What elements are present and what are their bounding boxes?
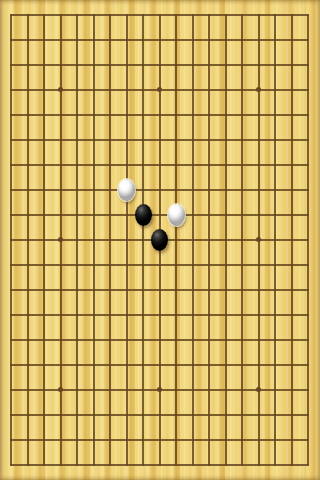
star-point [256, 237, 261, 242]
stone-white [118, 179, 135, 201]
grid-line-h [10, 289, 309, 291]
star-point [58, 237, 63, 242]
grid-line-v [307, 14, 309, 466]
grid-line-v [175, 14, 177, 466]
star-point [58, 387, 63, 392]
grid-line-h [10, 364, 309, 366]
star-point [157, 87, 162, 92]
star-point [256, 87, 261, 92]
star-point [256, 387, 261, 392]
grid-line-v [274, 14, 276, 466]
star-point [58, 87, 63, 92]
grid-line-v [225, 14, 227, 466]
stone-black [151, 229, 168, 251]
grid-line-h [10, 439, 309, 441]
grid-line-h [10, 339, 309, 341]
grid-line-h [10, 464, 309, 466]
star-point [157, 387, 162, 392]
stone-black [135, 204, 152, 226]
grid-line-v [208, 14, 210, 466]
grid-line-h [10, 314, 309, 316]
grid-line-v [192, 14, 194, 466]
grid-line-v [291, 14, 293, 466]
go-board[interactable] [0, 0, 320, 480]
grid-line-h [10, 414, 309, 416]
grid-line-v [241, 14, 243, 466]
stone-white [168, 204, 185, 226]
grid-line-h [10, 264, 309, 266]
